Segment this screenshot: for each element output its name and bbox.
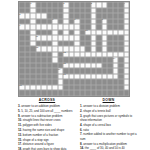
clue-item: 3.graph that uses pictures or symbols to…	[80, 114, 137, 123]
clue-number: 11	[36, 35, 38, 38]
clue-number: 8	[102, 18, 103, 21]
clue-item: 10.straight lines that never cross	[18, 118, 76, 122]
clue-item-text: ratio	[83, 128, 89, 132]
clue-item-number: 13.	[18, 133, 22, 137]
clue-item-number: 14.	[80, 146, 84, 150]
clue-item: 8.answer to a multiplication problem	[80, 142, 137, 146]
down-clue-list: 1.answer to a division problem2.shape of…	[80, 104, 137, 150]
blocked-cell	[124, 90, 130, 96]
clue-number: 2	[63, 2, 64, 5]
down-clues-column: DOWN 1.answer to a division problem2.sha…	[80, 98, 137, 150]
clue-item-text: having the same size and shape	[23, 128, 64, 132]
crossword-grid: 123456789101112131415161718	[18, 1, 130, 97]
clue-item-text: number added to another number to get a …	[80, 132, 137, 140]
clue-item-text: graph that uses pictures or symbols to s…	[80, 114, 132, 122]
clue-item-number: 12.	[18, 128, 22, 132]
clue-item: 18.graph that uses bars to show data	[18, 147, 76, 150]
clue-item: 4.shape of a cereal box	[80, 123, 137, 127]
clue-item-text: shape of a stop sign	[23, 138, 49, 142]
clue-number: 17	[63, 73, 65, 76]
clue-number: 9	[19, 24, 20, 27]
clue-item: 7.number added to another number to get …	[80, 132, 137, 141]
clue-item-number: 17.	[18, 142, 22, 146]
clue-item-text: the ____ of 30, 40 and 50 is 40	[85, 146, 125, 150]
clue-item-text: shape of a tennis ball	[83, 109, 110, 113]
clue-item-text: answer to an addition problem	[21, 104, 60, 108]
clue-number: 13	[63, 51, 65, 54]
clue-item: 1.answer to a division problem	[80, 104, 137, 108]
clue-number: 15	[63, 62, 65, 65]
clue-item-text: distance around a figure	[23, 142, 54, 146]
clue-item: 13.bottom number of a fraction	[18, 133, 76, 137]
clue-item: 5.5, 10, 25, and 100 are all ____ number…	[18, 109, 76, 113]
clue-number: 14	[113, 57, 115, 60]
clue-number: 16	[58, 68, 60, 71]
across-clues-column: ACROSS 3.answer to an addition problem5.…	[18, 98, 76, 150]
clue-number: 6	[52, 18, 53, 21]
clue-item-text: answer to a division problem	[83, 104, 120, 108]
clue-item-number: 11.	[18, 123, 22, 127]
clue-item-text: polygon with five sides	[23, 123, 52, 127]
clue-item-text: answer to a multiplication problem	[83, 142, 127, 146]
clue-item-text: answer to a subtraction problem	[21, 114, 62, 118]
down-header: DOWN	[80, 98, 137, 103]
clue-number: 5	[19, 13, 20, 16]
clue-item: 15.shape of a stop sign	[18, 138, 76, 142]
clue-number: 4	[124, 2, 125, 5]
clue-item-number: 10.	[18, 118, 22, 122]
clue-item: 12.having the same size and shape	[18, 128, 76, 132]
clue-item-text: straight lines that never cross	[23, 118, 61, 122]
crossword-worksheet: 123456789101112131415161718 ACROSS 3.ans…	[0, 0, 150, 150]
clue-item: 2.shape of a tennis ball	[80, 109, 137, 113]
clue-number: 18	[19, 84, 21, 87]
clue-item: 9.answer to a subtraction problem	[18, 114, 76, 118]
clue-item-number: 18.	[18, 147, 22, 150]
clue-item-text: bottom number of a fraction	[23, 133, 58, 137]
clue-item: 17.distance around a figure	[18, 142, 76, 146]
across-clue-list: 3.answer to an addition problem5.5, 10, …	[18, 104, 76, 150]
clue-number: 1	[30, 2, 31, 5]
clue-item-text: shape of a cereal box	[83, 123, 111, 127]
clue-item: 11.polygon with five sides	[18, 123, 76, 127]
clue-item-text: graph that uses bars to show data	[23, 147, 67, 150]
clue-item: 14.the ____ of 30, 40 and 50 is 40	[80, 146, 137, 150]
clue-item-text: 5, 10, 25, and 100 are all ____ numbers	[21, 109, 72, 113]
clue-item: 6.ratio	[80, 128, 137, 132]
across-header: ACROSS	[18, 98, 76, 103]
clue-item: 3.answer to an addition problem	[18, 104, 76, 108]
clue-item-number: 15.	[18, 138, 22, 142]
clue-number: 12	[36, 46, 38, 49]
clue-number: 10	[85, 29, 87, 32]
clue-number: 7	[74, 18, 75, 21]
clue-number: 3	[91, 2, 92, 5]
